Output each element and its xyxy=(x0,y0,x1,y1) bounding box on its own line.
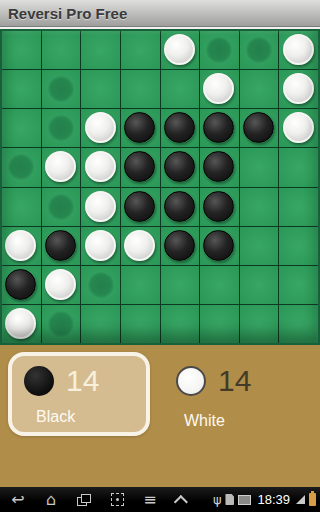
cell-e2[interactable] xyxy=(161,70,200,108)
white-disc xyxy=(203,73,234,104)
white-player-card[interactable]: 14 White xyxy=(168,352,314,436)
system-bar: ↩ ⌂ ≡ ψ 18:39 xyxy=(0,487,320,512)
cell-e4[interactable] xyxy=(161,148,200,186)
cell-h1[interactable] xyxy=(279,31,318,69)
cell-h5[interactable] xyxy=(279,188,318,226)
cell-c1[interactable] xyxy=(81,31,120,69)
cell-c3[interactable] xyxy=(81,109,120,147)
legal-move-hint[interactable] xyxy=(48,194,74,220)
cell-a2[interactable] xyxy=(2,70,41,108)
black-disc xyxy=(164,191,195,222)
cell-b1[interactable] xyxy=(42,31,81,69)
white-disc xyxy=(283,34,314,65)
screenshot-saved-icon xyxy=(238,495,251,505)
battery-icon xyxy=(309,493,316,506)
cell-e7[interactable] xyxy=(161,266,200,304)
cell-c5[interactable] xyxy=(81,188,120,226)
cell-g8[interactable] xyxy=(240,305,279,343)
cell-a1[interactable] xyxy=(2,31,41,69)
usb-icon: ψ xyxy=(213,492,222,507)
cell-e3[interactable] xyxy=(161,109,200,147)
black-disc xyxy=(203,112,234,143)
app-title: Reversi Pro Free xyxy=(8,5,127,22)
cell-f4[interactable] xyxy=(200,148,239,186)
cell-g7[interactable] xyxy=(240,266,279,304)
cell-g1[interactable] xyxy=(240,31,279,69)
black-disc xyxy=(164,151,195,182)
black-disc-icon xyxy=(24,366,54,396)
signal-icon xyxy=(296,495,305,504)
legal-move-hint[interactable] xyxy=(206,37,232,63)
white-disc xyxy=(283,112,314,143)
cell-c7[interactable] xyxy=(81,266,120,304)
cell-f6[interactable] xyxy=(200,227,239,265)
black-score-row: 14 xyxy=(12,356,146,396)
cell-h8[interactable] xyxy=(279,305,318,343)
cell-c6[interactable] xyxy=(81,227,120,265)
clock: 18:39 xyxy=(257,492,290,507)
white-disc xyxy=(85,112,116,143)
cell-h3[interactable] xyxy=(279,109,318,147)
nav-buttons: ↩ ⌂ ≡ xyxy=(0,490,193,510)
cell-e8[interactable] xyxy=(161,305,200,343)
status-cluster: ψ 18:39 xyxy=(213,492,320,507)
cell-e1[interactable] xyxy=(161,31,200,69)
white-disc xyxy=(283,73,314,104)
cell-d4[interactable] xyxy=(121,148,160,186)
cell-b2[interactable] xyxy=(42,70,81,108)
storage-icon xyxy=(225,494,234,505)
legal-move-hint[interactable] xyxy=(88,272,114,298)
black-label: Black xyxy=(36,408,75,426)
cell-f7[interactable] xyxy=(200,266,239,304)
cell-d7[interactable] xyxy=(121,266,160,304)
cell-d1[interactable] xyxy=(121,31,160,69)
black-disc xyxy=(164,112,195,143)
board xyxy=(0,29,320,345)
cell-e6[interactable] xyxy=(161,227,200,265)
black-disc xyxy=(243,112,274,143)
cell-g6[interactable] xyxy=(240,227,279,265)
black-score: 14 xyxy=(66,366,99,396)
cell-g4[interactable] xyxy=(240,148,279,186)
black-disc xyxy=(45,230,76,261)
legal-move-hint[interactable] xyxy=(48,115,74,141)
legal-move-hint[interactable] xyxy=(48,311,74,337)
cell-d5[interactable] xyxy=(121,188,160,226)
cell-a5[interactable] xyxy=(2,188,41,226)
white-disc xyxy=(85,230,116,261)
white-disc xyxy=(124,230,155,261)
cell-b8[interactable] xyxy=(42,305,81,343)
menu-icon[interactable]: ≡ xyxy=(140,490,160,510)
cell-f8[interactable] xyxy=(200,305,239,343)
cell-c2[interactable] xyxy=(81,70,120,108)
black-disc xyxy=(124,151,155,182)
black-disc xyxy=(203,191,234,222)
cell-b4[interactable] xyxy=(42,148,81,186)
white-disc xyxy=(164,34,195,65)
cell-a6[interactable] xyxy=(2,227,41,265)
cell-b5[interactable] xyxy=(42,188,81,226)
title-bar: Reversi Pro Free xyxy=(0,0,320,27)
cell-d8[interactable] xyxy=(121,305,160,343)
cell-a4[interactable] xyxy=(2,148,41,186)
cell-g3[interactable] xyxy=(240,109,279,147)
legal-move-hint[interactable] xyxy=(48,76,74,102)
black-disc xyxy=(164,230,195,261)
cell-g5[interactable] xyxy=(240,188,279,226)
white-disc-icon xyxy=(176,366,206,396)
cell-a3[interactable] xyxy=(2,109,41,147)
white-score-row: 14 xyxy=(168,352,314,396)
legal-move-hint[interactable] xyxy=(8,154,34,180)
cell-a8[interactable] xyxy=(2,305,41,343)
cell-b7[interactable] xyxy=(42,266,81,304)
hide-bar-icon[interactable] xyxy=(173,490,193,510)
screenshot-icon[interactable] xyxy=(107,490,127,510)
cell-c8[interactable] xyxy=(81,305,120,343)
cell-d2[interactable] xyxy=(121,70,160,108)
white-label: White xyxy=(184,412,225,430)
cell-g2[interactable] xyxy=(240,70,279,108)
white-disc xyxy=(85,191,116,222)
cell-c4[interactable] xyxy=(81,148,120,186)
app-screen: Reversi Pro Free 14 Black 14 White ↩ ⌂ xyxy=(0,0,320,512)
black-disc xyxy=(124,191,155,222)
cell-b6[interactable] xyxy=(42,227,81,265)
back-icon[interactable]: ↩ xyxy=(8,490,28,510)
cell-d3[interactable] xyxy=(121,109,160,147)
cell-h4[interactable] xyxy=(279,148,318,186)
cell-a7[interactable] xyxy=(2,266,41,304)
legal-move-hint[interactable] xyxy=(246,37,272,63)
cell-h2[interactable] xyxy=(279,70,318,108)
white-disc xyxy=(45,269,76,300)
black-disc xyxy=(124,112,155,143)
score-panel: 14 Black 14 White xyxy=(0,345,320,487)
cell-f5[interactable] xyxy=(200,188,239,226)
cell-h7[interactable] xyxy=(279,266,318,304)
black-disc xyxy=(203,151,234,182)
cell-f2[interactable] xyxy=(200,70,239,108)
cell-b3[interactable] xyxy=(42,109,81,147)
cell-f1[interactable] xyxy=(200,31,239,69)
cell-e5[interactable] xyxy=(161,188,200,226)
black-disc xyxy=(203,230,234,261)
white-disc xyxy=(5,230,36,261)
recent-apps-icon[interactable] xyxy=(74,490,94,510)
cell-f3[interactable] xyxy=(200,109,239,147)
black-disc xyxy=(5,269,36,300)
white-disc xyxy=(45,151,76,182)
black-player-card[interactable]: 14 Black xyxy=(8,352,150,436)
white-score: 14 xyxy=(218,366,251,396)
cell-h6[interactable] xyxy=(279,227,318,265)
cell-d6[interactable] xyxy=(121,227,160,265)
white-disc xyxy=(5,308,36,339)
home-icon[interactable]: ⌂ xyxy=(41,490,61,510)
white-disc xyxy=(85,151,116,182)
